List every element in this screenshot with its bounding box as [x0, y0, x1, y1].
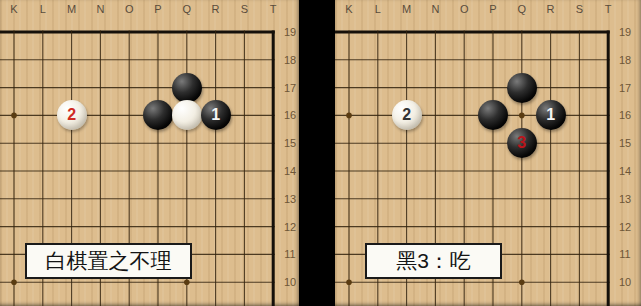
stone-white-Q16	[172, 100, 202, 130]
row-label: 18	[619, 54, 631, 66]
column-label: N	[431, 3, 439, 15]
row-label: 12	[284, 221, 296, 233]
star-point	[346, 113, 352, 119]
row-label: 15	[284, 137, 296, 149]
column-label: N	[96, 3, 104, 15]
row-label: 16	[284, 109, 296, 121]
star-point	[519, 279, 525, 285]
caption-diagram-1: 白棋置之不理	[25, 243, 192, 279]
star-point	[11, 113, 17, 119]
stone-white-M16: 2	[57, 100, 87, 130]
star-point	[11, 279, 17, 285]
column-label: M	[67, 3, 76, 15]
go-board-diagram-2: 黑3：吃 KLMNOPQRST19181716151413121110123	[335, 0, 641, 306]
column-label: R	[212, 3, 220, 15]
row-label: 18	[284, 54, 296, 66]
caption-text: 白棋置之不理	[46, 247, 172, 275]
row-label: 17	[284, 82, 296, 94]
column-label: M	[402, 3, 411, 15]
go-board-diagram-1: 白棋置之不理 KLMNOPQRST1918171615141312111012	[0, 0, 299, 306]
stone-black-R16: 1	[536, 100, 566, 130]
column-label: S	[241, 3, 248, 15]
row-label: 17	[619, 82, 631, 94]
column-label: L	[375, 3, 381, 15]
column-label: T	[270, 3, 277, 15]
move-number: 2	[402, 107, 411, 123]
column-label: O	[460, 3, 469, 15]
row-label: 19	[284, 26, 296, 38]
stone-black-Q17	[507, 73, 537, 103]
stone-black-Q15: 3	[507, 128, 537, 158]
move-number: 3	[517, 135, 526, 151]
move-number: 2	[67, 107, 76, 123]
row-label: 13	[284, 193, 296, 205]
row-label: 13	[619, 193, 631, 205]
move-number: 1	[546, 107, 555, 123]
column-label: O	[125, 3, 134, 15]
column-label: R	[547, 3, 555, 15]
star-point	[519, 113, 525, 119]
column-label: S	[576, 3, 583, 15]
row-label: 15	[619, 137, 631, 149]
column-label: P	[154, 3, 161, 15]
column-label: K	[345, 3, 352, 15]
star-point	[346, 279, 352, 285]
row-label: 10	[619, 276, 631, 288]
row-label: 19	[619, 26, 631, 38]
caption-text: 黑3：吃	[396, 247, 471, 275]
column-label: Q	[518, 3, 527, 15]
row-label: 12	[619, 221, 631, 233]
stone-black-Q17	[172, 73, 202, 103]
column-label: Q	[183, 3, 192, 15]
stone-black-R16: 1	[201, 100, 231, 130]
star-point	[184, 279, 190, 285]
row-label: 10	[284, 276, 296, 288]
column-label: T	[605, 3, 612, 15]
row-label: 11	[619, 248, 630, 260]
column-label: K	[10, 3, 17, 15]
row-label: 11	[284, 248, 295, 260]
caption-diagram-2: 黑3：吃	[365, 243, 502, 279]
go-lesson-diagrams: 白棋置之不理 KLMNOPQRST1918171615141312111012 …	[0, 0, 641, 306]
column-label: P	[489, 3, 496, 15]
column-label: L	[40, 3, 46, 15]
row-label: 14	[619, 165, 631, 177]
row-label: 16	[619, 109, 631, 121]
row-label: 14	[284, 165, 296, 177]
stone-white-M16: 2	[392, 100, 422, 130]
move-number: 1	[211, 107, 220, 123]
